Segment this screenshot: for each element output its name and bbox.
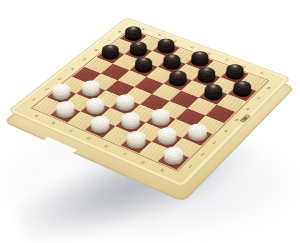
coord-label: 3 xyxy=(54,76,65,82)
coord-label: f xyxy=(221,57,232,62)
coord-label: 5 xyxy=(79,56,90,61)
coord-label: 4 xyxy=(220,128,232,134)
coord-label: 7 xyxy=(103,38,113,43)
coord-label: 1 xyxy=(184,163,196,170)
thumb-notch xyxy=(39,136,77,156)
coord-label: d xyxy=(187,44,198,49)
coord-label: 2 xyxy=(196,151,208,158)
coord-label: 6 xyxy=(242,106,253,112)
coord-label: 6 xyxy=(91,47,101,52)
white-checker[interactable] xyxy=(50,88,74,102)
coord-label: 8 xyxy=(114,29,124,34)
board-lid: abcdefghabcdefgh8765432187654321 xyxy=(8,17,291,187)
coord-label: 8 xyxy=(263,85,274,91)
white-checker[interactable] xyxy=(185,128,210,143)
black-checker[interactable] xyxy=(132,62,155,75)
black-checker[interactable] xyxy=(195,72,218,86)
white-checker[interactable] xyxy=(79,85,103,99)
white-checker[interactable] xyxy=(88,120,113,135)
coord-label: 4 xyxy=(67,66,78,71)
coord-label: h xyxy=(256,70,267,76)
coord-label: b xyxy=(154,32,164,37)
coord-label: f xyxy=(119,150,131,157)
coord-label: h xyxy=(156,167,168,174)
coord-label: 7 xyxy=(253,95,264,101)
coord-label: b xyxy=(48,120,59,126)
coord-label: d xyxy=(83,135,95,141)
coord-label: 1 xyxy=(28,96,39,102)
coord-label: a xyxy=(31,112,42,118)
coord-label: g xyxy=(137,158,149,165)
coord-label: 5 xyxy=(231,117,243,123)
black-checker[interactable] xyxy=(202,88,225,102)
square-b1[interactable] xyxy=(50,104,80,122)
white-checker[interactable] xyxy=(161,151,186,167)
scene-3d: abcdefghabcdefgh8765432187654321 xyxy=(0,0,300,243)
black-checker[interactable] xyxy=(166,75,189,89)
coord-label: 3 xyxy=(208,139,220,145)
coord-label: e xyxy=(101,142,113,149)
coord-label: c xyxy=(65,127,76,133)
checkers-box: abcdefghabcdefgh8765432187654321 xyxy=(8,17,291,187)
product-photo-stage: abcdefghabcdefgh8765432187654321 xyxy=(0,0,300,243)
white-checker[interactable] xyxy=(83,102,107,117)
